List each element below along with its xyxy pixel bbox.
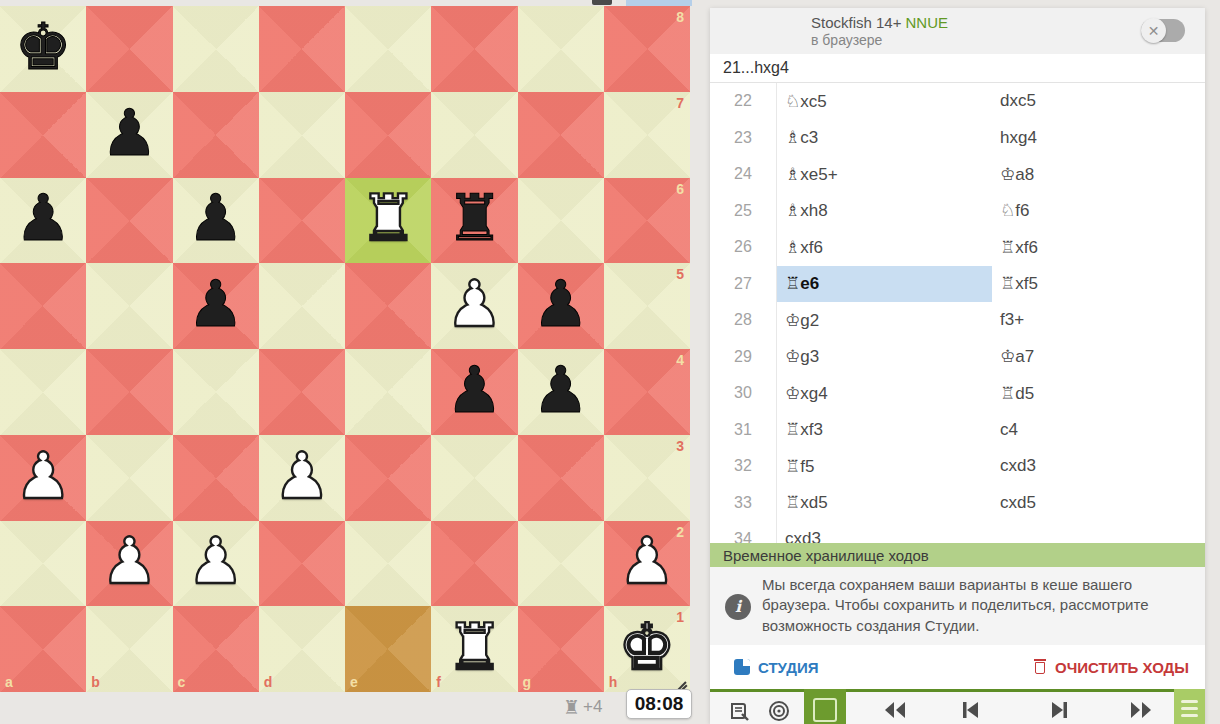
practice-target-icon[interactable] xyxy=(766,698,792,724)
square-b2[interactable]: ♟ xyxy=(86,521,172,607)
chess-board[interactable]: ♚8♟7♟♟♜♜6♟♟♟5♟♟4♟♟3♟♟2♟abcdef♜g1h♚ xyxy=(0,6,690,692)
move-number: 25 xyxy=(710,193,777,230)
material-indicator: ♜ +4 xyxy=(563,696,602,718)
move-white-27[interactable]: ♖e6 xyxy=(777,266,992,303)
move-black-28[interactable]: f3+ xyxy=(992,302,1205,339)
white-pawn-b2[interactable]: ♟ xyxy=(101,529,158,593)
move-number: 34 xyxy=(710,521,777,543)
white-king-h1[interactable]: ♚ xyxy=(618,615,675,679)
skip-last-icon[interactable] xyxy=(1128,700,1154,724)
square-e8[interactable] xyxy=(345,6,431,92)
square-h3[interactable]: 3 xyxy=(604,435,690,521)
file-label-b: b xyxy=(91,675,100,689)
square-d7[interactable] xyxy=(259,92,345,178)
square-e2[interactable] xyxy=(345,521,431,607)
move-white-26[interactable]: ♗xf6 xyxy=(777,229,992,266)
rank-label-2: 2 xyxy=(676,525,684,539)
move-white-31[interactable]: ♖xf3 xyxy=(777,412,992,449)
menu-hamburger-icon[interactable] xyxy=(1174,689,1205,724)
white-pawn-c2[interactable]: ♟ xyxy=(187,529,244,593)
square-d5[interactable] xyxy=(259,263,345,349)
white-rook-f1[interactable]: ♜ xyxy=(446,615,503,679)
black-pawn-g5[interactable]: ♟ xyxy=(532,272,589,336)
move-list: 22♘xc5dxc523♗c3hxg424♗xe5+♔a825♗xh8♘f626… xyxy=(710,83,1205,543)
rank-label-7: 7 xyxy=(676,96,684,110)
step-back-icon[interactable] xyxy=(960,700,980,724)
move-number: 31 xyxy=(710,412,777,449)
move-row-25: 25♗xh8♘f6 xyxy=(710,193,1205,230)
square-f5[interactable]: ♟ xyxy=(431,263,517,349)
move-black-25[interactable]: ♘f6 xyxy=(992,193,1205,230)
storage-bar: Временное хранилище ходов xyxy=(710,543,1205,567)
move-row-28: 28♔g2f3+ xyxy=(710,302,1205,339)
move-white-28[interactable]: ♔g2 xyxy=(777,302,992,339)
square-d6[interactable] xyxy=(259,178,345,264)
rank-label-4: 4 xyxy=(676,353,684,367)
square-d2[interactable] xyxy=(259,521,345,607)
move-row-24: 24♗xe5+♔a8 xyxy=(710,156,1205,193)
info-icon: i xyxy=(725,594,751,620)
move-number: 33 xyxy=(710,485,777,522)
move-white-33[interactable]: ♖xd5 xyxy=(777,485,992,522)
square-c8[interactable] xyxy=(173,6,259,92)
move-black-29[interactable]: ♔a7 xyxy=(992,339,1205,376)
move-row-33: 33♖xd5cxd5 xyxy=(710,485,1205,522)
bottom-toolbar xyxy=(710,689,1205,724)
move-black-33[interactable]: cxd5 xyxy=(992,485,1205,522)
square-a3[interactable]: ♟ xyxy=(0,435,86,521)
move-row-34: 34cxd3 xyxy=(710,521,1205,543)
square-a8[interactable]: ♚ xyxy=(0,6,86,92)
square-e6[interactable]: ♜ xyxy=(345,178,431,264)
move-number: 28 xyxy=(710,302,777,339)
context-move-row[interactable]: 21...hxg4 xyxy=(710,54,1205,83)
move-row-23: 23♗c3hxg4 xyxy=(710,120,1205,157)
square-c4[interactable] xyxy=(173,349,259,435)
square-a7[interactable] xyxy=(0,92,86,178)
square-e4[interactable] xyxy=(345,349,431,435)
square-h6[interactable]: 6 xyxy=(604,178,690,264)
engine-header: Stockfish 14+NNUE в браузере ✕ xyxy=(710,8,1205,54)
square-b5[interactable] xyxy=(86,263,172,349)
move-row-30: 30♔xg4♖d5 xyxy=(710,375,1205,412)
square-e1[interactable]: e xyxy=(345,606,431,692)
square-b8[interactable] xyxy=(86,6,172,92)
square-h7[interactable]: 7 xyxy=(604,92,690,178)
white-pawn-h2[interactable]: ♟ xyxy=(618,529,675,593)
square-b4[interactable] xyxy=(86,349,172,435)
square-a4[interactable] xyxy=(0,349,86,435)
white-pawn-d3[interactable]: ♟ xyxy=(273,444,330,508)
rank-label-5: 5 xyxy=(676,267,684,281)
move-black-34[interactable] xyxy=(992,521,1205,543)
square-g1[interactable]: g xyxy=(518,606,604,692)
black-pawn-b7[interactable]: ♟ xyxy=(101,101,158,165)
white-pawn-a3[interactable]: ♟ xyxy=(14,444,71,508)
notes-icon[interactable] xyxy=(726,698,752,724)
rank-label-6: 6 xyxy=(676,182,684,196)
move-number: 22 xyxy=(710,83,777,120)
square-h8[interactable]: 8 xyxy=(604,6,690,92)
move-number: 27 xyxy=(710,266,777,303)
black-pawn-g4[interactable]: ♟ xyxy=(532,358,589,422)
square-h4[interactable]: 4 xyxy=(604,349,690,435)
move-black-30[interactable]: ♖d5 xyxy=(992,375,1205,412)
storage-bar-label: Временное хранилище ходов xyxy=(723,547,929,564)
square-a2[interactable] xyxy=(0,521,86,607)
move-white-34[interactable]: cxd3 xyxy=(777,521,992,543)
black-king-a8[interactable]: ♚ xyxy=(14,15,71,79)
clear-moves-button[interactable]: ОЧИСТИТЬ ХОДЫ xyxy=(1033,659,1189,676)
square-b1[interactable]: b xyxy=(86,606,172,692)
studio-icon xyxy=(734,659,750,675)
file-label-h: h xyxy=(609,675,618,689)
file-label-d: d xyxy=(264,675,273,689)
engine-toggle-switch[interactable]: ✕ xyxy=(1141,19,1185,42)
square-d3[interactable]: ♟ xyxy=(259,435,345,521)
file-label-f: f xyxy=(436,675,441,689)
move-number: 26 xyxy=(710,229,777,266)
square-c6[interactable]: ♟ xyxy=(173,178,259,264)
square-c5[interactable]: ♟ xyxy=(173,263,259,349)
square-b7[interactable]: ♟ xyxy=(86,92,172,178)
move-number: 32 xyxy=(710,448,777,485)
square-e3[interactable] xyxy=(345,435,431,521)
move-black-31[interactable]: c4 xyxy=(992,412,1205,449)
storage-info: i Мы всегда сохраняем ваши варианты в ке… xyxy=(710,567,1205,645)
square-g3[interactable] xyxy=(518,435,604,521)
square-f8[interactable] xyxy=(431,6,517,92)
context-move-label: 21...hxg4 xyxy=(723,59,789,77)
clock-time: 08:08 xyxy=(635,693,684,715)
square-h5[interactable]: 5 xyxy=(604,263,690,349)
square-g5[interactable]: ♟ xyxy=(518,263,604,349)
black-pawn-c5[interactable]: ♟ xyxy=(187,272,244,336)
black-pawn-c6[interactable]: ♟ xyxy=(187,186,244,250)
file-label-e: e xyxy=(350,675,358,689)
square-e5[interactable] xyxy=(345,263,431,349)
top-clock xyxy=(626,0,692,6)
move-black-26[interactable]: ♖xf6 xyxy=(992,229,1205,266)
actions-row: СТУДИЯ ОЧИСТИТЬ ХОДЫ xyxy=(710,645,1205,689)
square-c1[interactable]: c xyxy=(173,606,259,692)
board-square-icon xyxy=(813,698,837,722)
rank-label-3: 3 xyxy=(676,439,684,453)
black-rook-icon: ♜ xyxy=(563,696,580,718)
black-rook-f6[interactable]: ♜ xyxy=(446,186,503,250)
move-white-23[interactable]: ♗c3 xyxy=(777,120,992,157)
square-e7[interactable] xyxy=(345,92,431,178)
move-row-22: 22♘xc5dxc5 xyxy=(710,83,1205,120)
move-white-29[interactable]: ♔g3 xyxy=(777,339,992,376)
studio-button[interactable]: СТУДИЯ xyxy=(734,659,818,676)
square-a5[interactable] xyxy=(0,263,86,349)
file-label-a: a xyxy=(5,675,13,689)
rank-label-1: 1 xyxy=(676,610,684,624)
move-row-27: 27♖e6♖xf5 xyxy=(710,266,1205,303)
move-black-24[interactable]: ♔a8 xyxy=(992,156,1205,193)
move-number: 23 xyxy=(710,120,777,157)
square-d8[interactable] xyxy=(259,6,345,92)
rank-label-8: 8 xyxy=(676,10,684,24)
square-h2[interactable]: 2♟ xyxy=(604,521,690,607)
square-g4[interactable]: ♟ xyxy=(518,349,604,435)
white-pawn-f5[interactable]: ♟ xyxy=(446,272,503,336)
studio-label: СТУДИЯ xyxy=(758,659,818,676)
square-f3[interactable] xyxy=(431,435,517,521)
move-white-32[interactable]: ♖f5 xyxy=(777,448,992,485)
file-label-c: c xyxy=(178,675,186,689)
storage-info-text: Мы всегда сохраняем ваши варианты в кеше… xyxy=(762,576,1149,634)
square-g8[interactable] xyxy=(518,6,604,92)
skip-first-icon[interactable] xyxy=(882,700,908,724)
square-d4[interactable] xyxy=(259,349,345,435)
square-g6[interactable] xyxy=(518,178,604,264)
square-g7[interactable] xyxy=(518,92,604,178)
square-f6[interactable]: ♜ xyxy=(431,178,517,264)
move-white-25[interactable]: ♗xh8 xyxy=(777,193,992,230)
square-b3[interactable] xyxy=(86,435,172,521)
move-white-22[interactable]: ♘xc5 xyxy=(777,83,992,120)
square-d1[interactable]: d xyxy=(259,606,345,692)
move-black-23[interactable]: hxg4 xyxy=(992,120,1205,157)
chess-board-wrap: ♚8♟7♟♟♜♜6♟♟♟5♟♟4♟♟3♟♟2♟abcdef♜g1h♚ xyxy=(0,6,690,692)
material-score: +4 xyxy=(583,697,602,717)
square-c3[interactable] xyxy=(173,435,259,521)
move-number: 29 xyxy=(710,339,777,376)
square-f7[interactable] xyxy=(431,92,517,178)
square-a6[interactable]: ♟ xyxy=(0,178,86,264)
white-rook-e6[interactable]: ♜ xyxy=(359,186,416,250)
move-row-31: 31♖xf3c4 xyxy=(710,412,1205,449)
clear-moves-label: ОЧИСТИТЬ ХОДЫ xyxy=(1055,659,1189,676)
black-pawn-a6[interactable]: ♟ xyxy=(14,186,71,250)
analysis-panel: Stockfish 14+NNUE в браузере ✕ 21...hxg4… xyxy=(710,8,1205,724)
square-f1[interactable]: f♜ xyxy=(431,606,517,692)
square-c7[interactable] xyxy=(173,92,259,178)
square-g2[interactable] xyxy=(518,521,604,607)
toggle-knob-close-icon: ✕ xyxy=(1141,18,1166,43)
top-material-indicator xyxy=(592,0,612,5)
square-c2[interactable]: ♟ xyxy=(173,521,259,607)
square-a1[interactable]: a xyxy=(0,606,86,692)
square-f4[interactable]: ♟ xyxy=(431,349,517,435)
square-b6[interactable] xyxy=(86,178,172,264)
step-forward-icon[interactable] xyxy=(1050,700,1070,724)
board-tab[interactable] xyxy=(804,689,846,724)
nnue-badge: NNUE xyxy=(905,14,948,31)
move-row-32: 32♖f5cxd3 xyxy=(710,448,1205,485)
move-white-24[interactable]: ♗xe5+ xyxy=(777,156,992,193)
black-pawn-f4[interactable]: ♟ xyxy=(446,358,503,422)
move-number: 24 xyxy=(710,156,777,193)
move-white-30[interactable]: ♔xg4 xyxy=(777,375,992,412)
trash-icon xyxy=(1033,659,1047,675)
move-row-29: 29♔g3♔a7 xyxy=(710,339,1205,376)
move-black-27[interactable]: ♖xf5 xyxy=(992,266,1205,303)
move-black-32[interactable]: cxd3 xyxy=(992,448,1205,485)
move-black-22[interactable]: dxc5 xyxy=(992,83,1205,120)
square-f2[interactable] xyxy=(431,521,517,607)
bottom-clock: 08:08 xyxy=(626,689,692,719)
move-number: 30 xyxy=(710,375,777,412)
file-label-g: g xyxy=(523,675,532,689)
move-row-26: 26♗xf6♖xf6 xyxy=(710,229,1205,266)
